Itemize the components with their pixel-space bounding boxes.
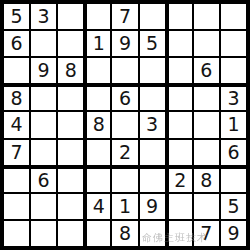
cell-r3c9[interactable] bbox=[221, 58, 246, 83]
cell-r4c8[interactable] bbox=[194, 85, 219, 110]
cell-r5c2[interactable] bbox=[31, 112, 56, 137]
cell-r7c7[interactable]: 2 bbox=[167, 167, 192, 192]
cell-r7c9[interactable] bbox=[221, 167, 246, 192]
sudoku-board-wrap: 537619598686348317266284195879 命佛主班技术 bbox=[0, 0, 250, 250]
cell-r8c9[interactable]: 5 bbox=[221, 194, 246, 219]
cell-r2c7[interactable] bbox=[167, 31, 192, 56]
cell-r9c8[interactable]: 7 bbox=[194, 221, 219, 246]
cell-r1c8[interactable] bbox=[194, 4, 219, 29]
cell-r5c3[interactable] bbox=[58, 112, 83, 137]
cell-r5c6[interactable]: 3 bbox=[140, 112, 165, 137]
cell-r5c9[interactable]: 1 bbox=[221, 112, 246, 137]
cell-r6c8[interactable] bbox=[194, 140, 219, 165]
cell-r2c9[interactable] bbox=[221, 31, 246, 56]
cell-r2c2[interactable] bbox=[31, 31, 56, 56]
cell-r9c2[interactable] bbox=[31, 221, 56, 246]
cell-r6c1[interactable]: 7 bbox=[4, 140, 29, 165]
cell-r8c6[interactable]: 9 bbox=[140, 194, 165, 219]
cell-r4c6[interactable] bbox=[140, 85, 165, 110]
cell-r8c7[interactable] bbox=[167, 194, 192, 219]
cell-r9c4[interactable] bbox=[85, 221, 110, 246]
cell-r3c3[interactable]: 8 bbox=[58, 58, 83, 83]
cell-r7c1[interactable] bbox=[4, 167, 29, 192]
cell-r1c6[interactable] bbox=[140, 4, 165, 29]
cell-r4c4[interactable] bbox=[85, 85, 110, 110]
cell-r3c5[interactable] bbox=[112, 58, 137, 83]
cell-r3c4[interactable] bbox=[85, 58, 110, 83]
cell-r9c5[interactable]: 8 bbox=[112, 221, 137, 246]
cell-r7c8[interactable]: 8 bbox=[194, 167, 219, 192]
cell-r4c3[interactable] bbox=[58, 85, 83, 110]
cell-r1c2[interactable]: 3 bbox=[31, 4, 56, 29]
cell-r6c6[interactable] bbox=[140, 140, 165, 165]
cell-r9c7[interactable] bbox=[167, 221, 192, 246]
cell-r6c7[interactable] bbox=[167, 140, 192, 165]
cell-r2c4[interactable]: 1 bbox=[85, 31, 110, 56]
cell-r6c3[interactable] bbox=[58, 140, 83, 165]
cell-r5c5[interactable] bbox=[112, 112, 137, 137]
cell-r2c1[interactable]: 6 bbox=[4, 31, 29, 56]
cell-r6c2[interactable] bbox=[31, 140, 56, 165]
cell-r7c4[interactable] bbox=[85, 167, 110, 192]
cell-r4c1[interactable]: 8 bbox=[4, 85, 29, 110]
cell-r1c7[interactable] bbox=[167, 4, 192, 29]
cell-r8c8[interactable] bbox=[194, 194, 219, 219]
cell-r7c3[interactable] bbox=[58, 167, 83, 192]
cell-r1c9[interactable] bbox=[221, 4, 246, 29]
cell-r1c4[interactable] bbox=[85, 4, 110, 29]
cell-r1c3[interactable] bbox=[58, 4, 83, 29]
cell-r8c2[interactable] bbox=[31, 194, 56, 219]
cell-r2c3[interactable] bbox=[58, 31, 83, 56]
cell-r3c7[interactable] bbox=[167, 58, 192, 83]
cell-r2c6[interactable]: 5 bbox=[140, 31, 165, 56]
cell-r5c8[interactable] bbox=[194, 112, 219, 137]
cell-r4c5[interactable]: 6 bbox=[112, 85, 137, 110]
cell-r7c6[interactable] bbox=[140, 167, 165, 192]
cell-r3c8[interactable]: 6 bbox=[194, 58, 219, 83]
cell-r6c5[interactable]: 2 bbox=[112, 140, 137, 165]
cell-r4c7[interactable] bbox=[167, 85, 192, 110]
cell-r1c1[interactable]: 5 bbox=[4, 4, 29, 29]
cell-r8c1[interactable] bbox=[4, 194, 29, 219]
cell-r5c4[interactable]: 8 bbox=[85, 112, 110, 137]
cell-r2c8[interactable] bbox=[194, 31, 219, 56]
cell-r9c3[interactable] bbox=[58, 221, 83, 246]
sudoku-board: 537619598686348317266284195879 bbox=[0, 0, 250, 250]
cell-r5c1[interactable]: 4 bbox=[4, 112, 29, 137]
cell-r5c7[interactable] bbox=[167, 112, 192, 137]
cell-r4c2[interactable] bbox=[31, 85, 56, 110]
cell-r3c6[interactable] bbox=[140, 58, 165, 83]
cell-r2c5[interactable]: 9 bbox=[112, 31, 137, 56]
cell-r6c4[interactable] bbox=[85, 140, 110, 165]
cell-r7c5[interactable] bbox=[112, 167, 137, 192]
cell-r8c3[interactable] bbox=[58, 194, 83, 219]
cell-r3c2[interactable]: 9 bbox=[31, 58, 56, 83]
cell-r7c2[interactable]: 6 bbox=[31, 167, 56, 192]
cell-r9c6[interactable] bbox=[140, 221, 165, 246]
cell-r4c9[interactable]: 3 bbox=[221, 85, 246, 110]
cell-r9c1[interactable] bbox=[4, 221, 29, 246]
cell-r3c1[interactable] bbox=[4, 58, 29, 83]
cell-r8c4[interactable]: 4 bbox=[85, 194, 110, 219]
cell-r1c5[interactable]: 7 bbox=[112, 4, 137, 29]
cell-r8c5[interactable]: 1 bbox=[112, 194, 137, 219]
cell-r6c9[interactable]: 6 bbox=[221, 140, 246, 165]
cell-r9c9[interactable]: 9 bbox=[221, 221, 246, 246]
